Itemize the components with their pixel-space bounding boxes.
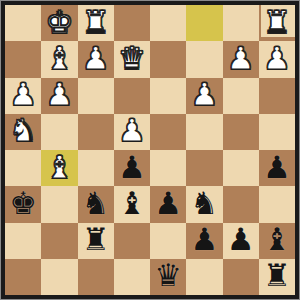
black-rook[interactable]: ♜ bbox=[263, 260, 291, 291]
square-f2[interactable]: ♟ bbox=[186, 223, 222, 259]
square-g8[interactable] bbox=[223, 5, 259, 41]
square-g7[interactable]: ♟ bbox=[223, 41, 259, 77]
square-e2[interactable] bbox=[150, 223, 186, 259]
square-c1[interactable] bbox=[78, 259, 114, 295]
square-e3[interactable]: ♟ bbox=[150, 186, 186, 222]
white-king[interactable]: ♚ bbox=[45, 7, 73, 38]
square-h3[interactable] bbox=[259, 186, 295, 222]
black-bishop[interactable]: ♝ bbox=[118, 188, 146, 219]
white-pawn[interactable]: ♟ bbox=[227, 43, 255, 74]
square-e8[interactable] bbox=[150, 5, 186, 41]
square-h6[interactable] bbox=[259, 78, 295, 114]
square-f5[interactable] bbox=[186, 114, 222, 150]
square-h5[interactable] bbox=[259, 114, 295, 150]
square-c3[interactable]: ♞ bbox=[78, 186, 114, 222]
square-a5[interactable]: ♞ bbox=[5, 114, 41, 150]
square-c6[interactable] bbox=[78, 78, 114, 114]
black-knight[interactable]: ♞ bbox=[82, 188, 110, 219]
square-f8[interactable] bbox=[186, 5, 222, 41]
square-g4[interactable] bbox=[223, 150, 259, 186]
square-f4[interactable] bbox=[186, 150, 222, 186]
square-a7[interactable] bbox=[5, 41, 41, 77]
square-f3[interactable]: ♞ bbox=[186, 186, 222, 222]
square-b8[interactable]: ♚ bbox=[41, 5, 77, 41]
square-h2[interactable]: ♝ bbox=[259, 223, 295, 259]
square-h7[interactable]: ♟ bbox=[259, 41, 295, 77]
square-c4[interactable] bbox=[78, 150, 114, 186]
square-h1[interactable]: ♜ bbox=[259, 259, 295, 295]
black-pawn[interactable]: ♟ bbox=[190, 224, 218, 255]
chess-board: ♚♜♜♝♟♛♟♟♟♟♟♞♟♝♟♟♚♞♝♟♞♜♟♟♝♛♜ bbox=[5, 5, 295, 295]
square-b4[interactable]: ♝ bbox=[41, 150, 77, 186]
square-g2[interactable]: ♟ bbox=[223, 223, 259, 259]
square-c8[interactable]: ♜ bbox=[78, 5, 114, 41]
square-a8[interactable] bbox=[5, 5, 41, 41]
square-d6[interactable] bbox=[114, 78, 150, 114]
white-pawn[interactable]: ♟ bbox=[82, 43, 110, 74]
square-d4[interactable]: ♟ bbox=[114, 150, 150, 186]
square-d5[interactable]: ♟ bbox=[114, 114, 150, 150]
square-a6[interactable]: ♟ bbox=[5, 78, 41, 114]
square-d8[interactable] bbox=[114, 5, 150, 41]
square-b7[interactable]: ♝ bbox=[41, 41, 77, 77]
white-pawn[interactable]: ♟ bbox=[118, 115, 146, 146]
black-bishop[interactable]: ♝ bbox=[263, 224, 291, 255]
square-e6[interactable] bbox=[150, 78, 186, 114]
square-f6[interactable]: ♟ bbox=[186, 78, 222, 114]
square-c5[interactable] bbox=[78, 114, 114, 150]
square-c2[interactable]: ♜ bbox=[78, 223, 114, 259]
black-rook[interactable]: ♜ bbox=[82, 224, 110, 255]
white-queen[interactable]: ♛ bbox=[118, 43, 146, 74]
square-g5[interactable] bbox=[223, 114, 259, 150]
white-bishop[interactable]: ♝ bbox=[45, 43, 73, 74]
square-b6[interactable]: ♟ bbox=[41, 78, 77, 114]
square-f7[interactable] bbox=[186, 41, 222, 77]
black-king[interactable]: ♚ bbox=[9, 188, 37, 219]
square-b3[interactable] bbox=[41, 186, 77, 222]
square-g1[interactable] bbox=[223, 259, 259, 295]
square-e1[interactable]: ♛ bbox=[150, 259, 186, 295]
black-pawn[interactable]: ♟ bbox=[154, 188, 182, 219]
white-knight[interactable]: ♞ bbox=[9, 115, 37, 146]
white-pawn[interactable]: ♟ bbox=[190, 79, 218, 110]
square-b2[interactable] bbox=[41, 223, 77, 259]
square-b1[interactable] bbox=[41, 259, 77, 295]
black-pawn[interactable]: ♟ bbox=[263, 152, 291, 183]
white-pawn[interactable]: ♟ bbox=[9, 79, 37, 110]
square-e7[interactable] bbox=[150, 41, 186, 77]
square-d7[interactable]: ♛ bbox=[114, 41, 150, 77]
black-pawn[interactable]: ♟ bbox=[227, 224, 255, 255]
square-a4[interactable] bbox=[5, 150, 41, 186]
square-h8[interactable]: ♜ bbox=[259, 5, 295, 41]
square-g3[interactable] bbox=[223, 186, 259, 222]
board-frame: ♚♜♜♝♟♛♟♟♟♟♟♞♟♝♟♟♚♞♝♟♞♜♟♟♝♛♜ bbox=[0, 0, 300, 300]
square-d1[interactable] bbox=[114, 259, 150, 295]
square-d2[interactable] bbox=[114, 223, 150, 259]
square-e5[interactable] bbox=[150, 114, 186, 150]
white-pawn[interactable]: ♟ bbox=[45, 79, 73, 110]
square-b5[interactable] bbox=[41, 114, 77, 150]
black-knight[interactable]: ♞ bbox=[190, 188, 218, 219]
square-g6[interactable] bbox=[223, 78, 259, 114]
white-pawn[interactable]: ♟ bbox=[263, 43, 291, 74]
square-f1[interactable] bbox=[186, 259, 222, 295]
white-rook[interactable]: ♜ bbox=[82, 7, 110, 38]
square-a1[interactable] bbox=[5, 259, 41, 295]
white-bishop[interactable]: ♝ bbox=[45, 152, 73, 183]
black-pawn[interactable]: ♟ bbox=[118, 152, 146, 183]
square-d3[interactable]: ♝ bbox=[114, 186, 150, 222]
square-h4[interactable]: ♟ bbox=[259, 150, 295, 186]
square-a2[interactable] bbox=[5, 223, 41, 259]
square-e4[interactable] bbox=[150, 150, 186, 186]
white-rook[interactable]: ♜ bbox=[263, 7, 291, 38]
square-c7[interactable]: ♟ bbox=[78, 41, 114, 77]
square-a3[interactable]: ♚ bbox=[5, 186, 41, 222]
black-queen[interactable]: ♛ bbox=[154, 260, 182, 291]
